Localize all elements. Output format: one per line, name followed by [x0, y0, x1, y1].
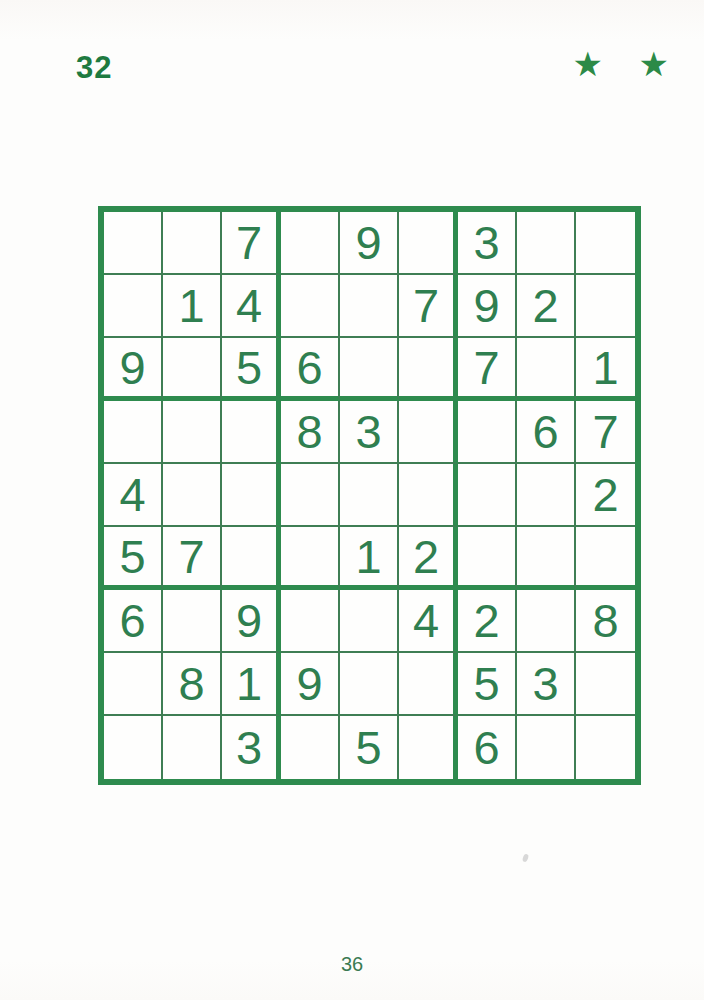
cell-r9c6[interactable] — [399, 716, 458, 779]
cell-r6c4[interactable] — [281, 527, 340, 590]
cell-r5c1[interactable]: 4 — [104, 464, 163, 527]
cell-r3c4[interactable]: 6 — [281, 338, 340, 401]
cell-r6c8[interactable] — [517, 527, 576, 590]
cell-r8c6[interactable] — [399, 653, 458, 716]
cell-r9c5[interactable]: 5 — [340, 716, 399, 779]
cell-r7c2[interactable] — [163, 590, 222, 653]
cell-r6c1[interactable]: 5 — [104, 527, 163, 590]
cell-r8c8[interactable]: 3 — [517, 653, 576, 716]
cell-r2c7[interactable]: 9 — [458, 275, 517, 338]
cell-r1c8[interactable] — [517, 212, 576, 275]
cell-r2c3[interactable]: 4 — [222, 275, 281, 338]
cell-r3c5[interactable] — [340, 338, 399, 401]
cell-r8c9[interactable] — [576, 653, 635, 716]
cell-r6c3[interactable] — [222, 527, 281, 590]
cell-r5c3[interactable] — [222, 464, 281, 527]
cell-r2c5[interactable] — [340, 275, 399, 338]
cell-r3c2[interactable] — [163, 338, 222, 401]
puzzle-book-page: 32 ★ ★ 793147929567183674257126942881953… — [0, 0, 704, 1000]
difficulty-stars-icon: ★ ★ — [573, 44, 682, 84]
cell-r6c2[interactable]: 7 — [163, 527, 222, 590]
cell-r1c2[interactable] — [163, 212, 222, 275]
cell-r2c9[interactable] — [576, 275, 635, 338]
cell-r5c9[interactable]: 2 — [576, 464, 635, 527]
cell-r5c7[interactable] — [458, 464, 517, 527]
cell-r1c5[interactable]: 9 — [340, 212, 399, 275]
cell-r4c4[interactable]: 8 — [281, 401, 340, 464]
cell-r1c4[interactable] — [281, 212, 340, 275]
cell-r7c3[interactable]: 9 — [222, 590, 281, 653]
cell-r2c1[interactable] — [104, 275, 163, 338]
cell-r8c7[interactable]: 5 — [458, 653, 517, 716]
cell-r3c7[interactable]: 7 — [458, 338, 517, 401]
cell-r7c7[interactable]: 2 — [458, 590, 517, 653]
cell-r3c8[interactable] — [517, 338, 576, 401]
cell-r5c2[interactable] — [163, 464, 222, 527]
cell-r9c1[interactable] — [104, 716, 163, 779]
cell-r9c8[interactable] — [517, 716, 576, 779]
cell-r3c9[interactable]: 1 — [576, 338, 635, 401]
cell-r4c7[interactable] — [458, 401, 517, 464]
puzzle-number: 32 — [76, 50, 112, 86]
cell-r2c8[interactable]: 2 — [517, 275, 576, 338]
cell-r4c5[interactable]: 3 — [340, 401, 399, 464]
cell-r8c2[interactable]: 8 — [163, 653, 222, 716]
cell-r5c4[interactable] — [281, 464, 340, 527]
cell-r8c1[interactable] — [104, 653, 163, 716]
cell-r7c1[interactable]: 6 — [104, 590, 163, 653]
cell-r4c2[interactable] — [163, 401, 222, 464]
cell-r6c6[interactable]: 2 — [399, 527, 458, 590]
cell-r9c2[interactable] — [163, 716, 222, 779]
cell-r1c6[interactable] — [399, 212, 458, 275]
cell-r3c3[interactable]: 5 — [222, 338, 281, 401]
cell-r9c9[interactable] — [576, 716, 635, 779]
cell-r4c3[interactable] — [222, 401, 281, 464]
cell-r2c2[interactable]: 1 — [163, 275, 222, 338]
cell-r8c4[interactable]: 9 — [281, 653, 340, 716]
cell-r6c5[interactable]: 1 — [340, 527, 399, 590]
cell-r3c6[interactable] — [399, 338, 458, 401]
cell-r2c4[interactable] — [281, 275, 340, 338]
cell-r3c1[interactable]: 9 — [104, 338, 163, 401]
cell-r4c9[interactable]: 7 — [576, 401, 635, 464]
page-number: 36 — [0, 953, 704, 976]
cell-r7c9[interactable]: 8 — [576, 590, 635, 653]
cell-r1c3[interactable]: 7 — [222, 212, 281, 275]
cell-r5c5[interactable] — [340, 464, 399, 527]
cell-r9c3[interactable]: 3 — [222, 716, 281, 779]
cell-r7c4[interactable] — [281, 590, 340, 653]
sudoku-grid: 793147929567183674257126942881953356 — [98, 206, 641, 785]
cell-r5c6[interactable] — [399, 464, 458, 527]
cell-r2c6[interactable]: 7 — [399, 275, 458, 338]
cell-r7c6[interactable]: 4 — [399, 590, 458, 653]
cell-r8c3[interactable]: 1 — [222, 653, 281, 716]
cell-r9c7[interactable]: 6 — [458, 716, 517, 779]
cell-r6c7[interactable] — [458, 527, 517, 590]
cell-r1c9[interactable] — [576, 212, 635, 275]
cell-r4c1[interactable] — [104, 401, 163, 464]
cell-r6c9[interactable] — [576, 527, 635, 590]
cell-r1c1[interactable] — [104, 212, 163, 275]
cell-r5c8[interactable] — [517, 464, 576, 527]
cell-r8c5[interactable] — [340, 653, 399, 716]
cell-r4c6[interactable] — [399, 401, 458, 464]
print-speck-artifact — [522, 853, 529, 862]
cell-r4c8[interactable]: 6 — [517, 401, 576, 464]
cell-r7c5[interactable] — [340, 590, 399, 653]
cell-r7c8[interactable] — [517, 590, 576, 653]
cell-r1c7[interactable]: 3 — [458, 212, 517, 275]
cell-r9c4[interactable] — [281, 716, 340, 779]
